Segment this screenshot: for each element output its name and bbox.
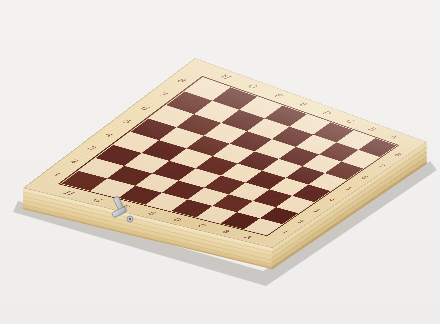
clasp-hook-icon — [104, 193, 138, 227]
product-photo: HGFEDCBA HGFEDCBA 87654321 87654321 — [0, 0, 440, 324]
